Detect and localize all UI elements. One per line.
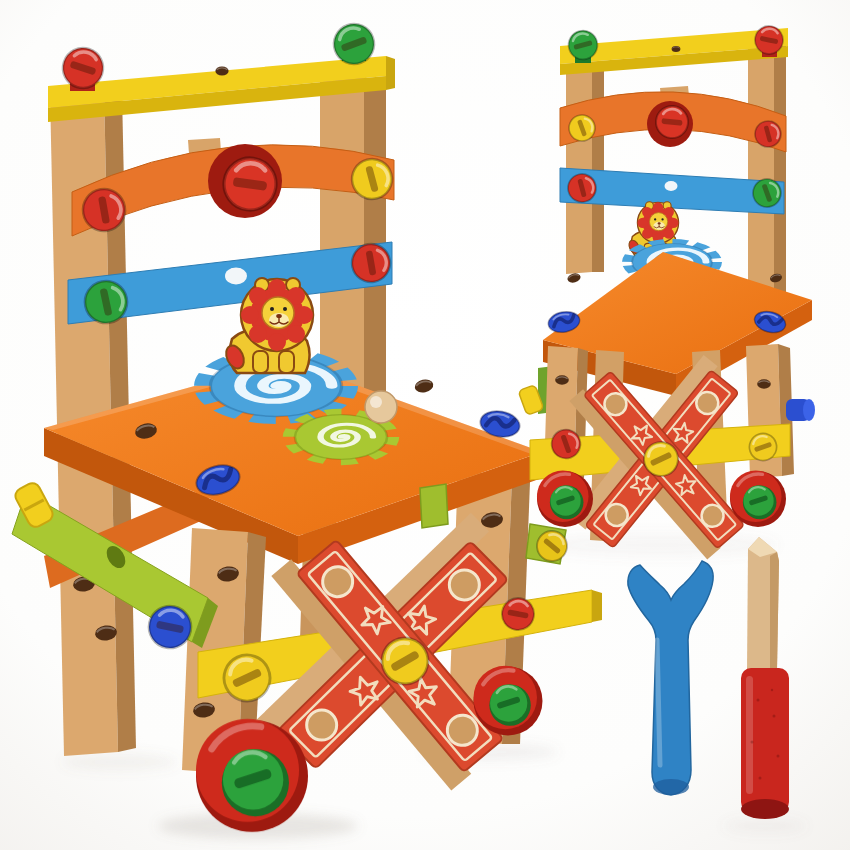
wrench-highlight bbox=[657, 640, 660, 765]
scene-svg bbox=[0, 0, 850, 850]
post-side bbox=[774, 42, 786, 300]
blue-peg bbox=[786, 399, 815, 421]
wood-knob bbox=[365, 391, 397, 423]
post bbox=[566, 62, 592, 274]
handle-butt bbox=[741, 799, 789, 819]
wrench-butt-shade bbox=[653, 779, 689, 795]
handle-highlight bbox=[746, 676, 753, 794]
product-photo-stage bbox=[0, 0, 850, 850]
bar-hole-through bbox=[225, 268, 247, 285]
lime-tab bbox=[420, 484, 448, 528]
post-side bbox=[592, 62, 604, 272]
post bbox=[748, 42, 774, 302]
bar-hole bbox=[215, 67, 228, 76]
